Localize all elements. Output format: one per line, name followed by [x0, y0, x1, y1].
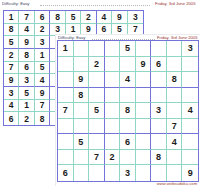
- sudoku-cell-r6c2: [74, 119, 90, 135]
- sudoku-cell-r8c9: [182, 150, 198, 166]
- sudoku-cell-r4c5: [120, 88, 136, 104]
- sudoku-cell-r7c7: [151, 134, 167, 150]
- sudoku-cell-r8c5: [120, 150, 136, 166]
- sudoku-cell-r7c5: 6: [120, 134, 136, 150]
- sudoku-cell-r1c6: [136, 41, 152, 57]
- sudoku-cell-r5c2: [74, 103, 90, 119]
- sudoku-cell-r7c2: 5: [19, 87, 34, 100]
- sudoku-cell-r7c4: [105, 134, 121, 150]
- sudoku-cell-r2c7: 6: [151, 57, 167, 73]
- sudoku-cell-r4c1: 2: [4, 49, 19, 62]
- sudoku-cell-r6c3: 4: [35, 74, 50, 87]
- sudoku-cell-r8c3: 7: [89, 150, 105, 166]
- website-link: www.websudoku.com: [157, 182, 197, 186]
- sudoku-cell-r2c3: 2: [89, 57, 105, 73]
- sudoku-cell-r4c1: [58, 88, 74, 104]
- sudoku-cell-r3c5: 4: [120, 72, 136, 88]
- sudoku-cell-r7c1: [58, 134, 74, 150]
- sudoku-cell-r6c2: 3: [19, 74, 34, 87]
- sudoku-cell-r9c7: [151, 165, 167, 181]
- sudoku-cell-r2c6: 9: [136, 57, 152, 73]
- sudoku-cell-r2c8: [167, 57, 183, 73]
- sudoku-cell-r9c9: 9: [182, 165, 198, 181]
- front-puzzle-page: Difficulty: Easy Friday, 3rd June 2005 1…: [55, 34, 200, 186]
- sudoku-cell-r7c3: [89, 134, 105, 150]
- sudoku-cell-r1c9: 3: [128, 11, 143, 24]
- sudoku-cell-r9c2: [74, 165, 90, 181]
- sudoku-cell-r2c2: 4: [19, 24, 34, 37]
- sudoku-cell-r3c9: [182, 72, 198, 88]
- sudoku-cell-r9c3: 8: [35, 112, 50, 125]
- sudoku-cell-r9c6: [136, 165, 152, 181]
- sudoku-cell-r6c3: [89, 119, 105, 135]
- sudoku-cell-r3c4: [105, 72, 121, 88]
- sudoku-cell-r2c1: [58, 57, 74, 73]
- sudoku-cell-r9c8: [167, 165, 183, 181]
- sudoku-cell-r3c1: [58, 72, 74, 88]
- sudoku-cell-r4c7: [151, 88, 167, 104]
- sudoku-cell-r3c8: 8: [167, 72, 183, 88]
- sudoku-cell-r5c7: 3: [151, 103, 167, 119]
- sudoku-cell-r1c4: [105, 41, 121, 57]
- sudoku-cell-r7c2: 5: [74, 134, 90, 150]
- sudoku-cell-r1c5: 5: [120, 41, 136, 57]
- sudoku-cell-r1c4: 8: [50, 11, 65, 24]
- sudoku-cell-r5c5: 8: [120, 103, 136, 119]
- sudoku-cell-r6c4: [105, 119, 121, 135]
- sudoku-cell-r4c4: [105, 88, 121, 104]
- sudoku-cell-r1c3: 6: [35, 11, 50, 24]
- sudoku-cell-r3c1: 5: [4, 36, 19, 49]
- sudoku-cell-r6c6: [136, 119, 152, 135]
- sudoku-cell-r6c9: [182, 119, 198, 135]
- sudoku-cell-r2c4: [105, 57, 121, 73]
- sudoku-cell-r2c3: 2: [35, 24, 50, 37]
- sudoku-cell-r4c2: 8: [19, 49, 34, 62]
- sudoku-cell-r6c8: 7: [167, 119, 183, 135]
- sudoku-cell-r2c9: [182, 57, 198, 73]
- sudoku-cell-r4c9: [182, 88, 198, 104]
- sudoku-cell-r1c8: [167, 41, 183, 57]
- back-date-label: Friday, 3rd June 2005: [155, 2, 196, 6]
- sudoku-cell-r9c2: 2: [19, 112, 34, 125]
- sudoku-cell-r1c2: [74, 41, 90, 57]
- sudoku-cell-r1c1: 1: [4, 11, 19, 24]
- sudoku-cell-r7c1: 3: [4, 87, 19, 100]
- sudoku-cell-r1c2: 7: [19, 11, 34, 24]
- screenshot-root: { "game": "sudoku", "position": { "front…: [0, 0, 200, 186]
- sudoku-cell-r8c7: 8: [151, 150, 167, 166]
- sudoku-cell-r3c6: [136, 72, 152, 88]
- sudoku-cell-r1c3: [89, 41, 105, 57]
- sudoku-cell-r3c3: 3: [35, 36, 50, 49]
- sudoku-cell-r9c1: 6: [4, 112, 19, 125]
- sudoku-cell-r1c5: 5: [66, 11, 81, 24]
- sudoku-cell-r1c1: 1: [58, 41, 74, 57]
- sudoku-cell-r4c6: [136, 88, 152, 104]
- sudoku-cell-r9c3: [89, 165, 105, 181]
- sudoku-cell-r5c3: 5: [35, 62, 50, 75]
- sudoku-cell-r7c3: 9: [35, 87, 50, 100]
- sudoku-cell-r5c2: 6: [19, 62, 34, 75]
- sudoku-cell-r1c7: 4: [97, 11, 112, 24]
- sudoku-cell-r2c2: [74, 57, 90, 73]
- sudoku-cell-r1c7: [151, 41, 167, 57]
- sudoku-cell-r4c3: 1: [35, 49, 50, 62]
- sudoku-cell-r3c2: 9: [74, 72, 90, 88]
- sudoku-cell-r5c4: [105, 103, 121, 119]
- sudoku-cell-r8c3: 7: [35, 100, 50, 113]
- sudoku-cell-r6c1: 9: [4, 74, 19, 87]
- sudoku-cell-r4c3: [89, 88, 105, 104]
- sudoku-cell-r7c6: [136, 134, 152, 150]
- sudoku-cell-r1c6: 2: [81, 11, 96, 24]
- sudoku-cell-r8c4: 2: [105, 150, 121, 166]
- back-header-dotted-line: [40, 5, 150, 6]
- sudoku-cell-r5c6: [136, 103, 152, 119]
- sudoku-cell-r3c2: 9: [19, 36, 34, 49]
- sudoku-cell-r6c7: [151, 119, 167, 135]
- sudoku-cell-r5c8: [167, 103, 183, 119]
- sudoku-cell-r8c8: [167, 150, 183, 166]
- sudoku-cell-r9c1: 6: [58, 165, 74, 181]
- sudoku-cell-r8c6: [136, 150, 152, 166]
- sudoku-cell-r4c2: 8: [74, 88, 90, 104]
- sudoku-cell-r2c5: [120, 57, 136, 73]
- sudoku-cell-r1c8: 9: [112, 11, 127, 24]
- front-sudoku-grid: 1532969488758347564728639: [57, 40, 199, 182]
- sudoku-cell-r3c3: [89, 72, 105, 88]
- sudoku-cell-r8c1: [58, 150, 74, 166]
- sudoku-cell-r7c8: 4: [167, 134, 183, 150]
- sudoku-cell-r8c2: 1: [19, 100, 34, 113]
- sudoku-cell-r3c7: [151, 72, 167, 88]
- sudoku-cell-r6c5: [120, 119, 136, 135]
- sudoku-cell-r9c5: 3: [120, 165, 136, 181]
- sudoku-cell-r5c3: 5: [89, 103, 105, 119]
- sudoku-cell-r8c1: 4: [4, 100, 19, 113]
- sudoku-cell-r5c9: 4: [182, 103, 198, 119]
- sudoku-cell-r2c1: 8: [4, 24, 19, 37]
- sudoku-cell-r7c9: [182, 134, 198, 150]
- sudoku-cell-r4c8: [167, 88, 183, 104]
- sudoku-cell-r5c1: 7: [58, 103, 74, 119]
- sudoku-cell-r8c2: [74, 150, 90, 166]
- sudoku-cell-r5c1: 7: [4, 62, 19, 75]
- sudoku-cell-r6c1: [58, 119, 74, 135]
- back-difficulty-label: Difficulty: Easy: [2, 2, 29, 6]
- sudoku-cell-r1c9: 3: [182, 41, 198, 57]
- sudoku-cell-r9c4: [105, 165, 121, 181]
